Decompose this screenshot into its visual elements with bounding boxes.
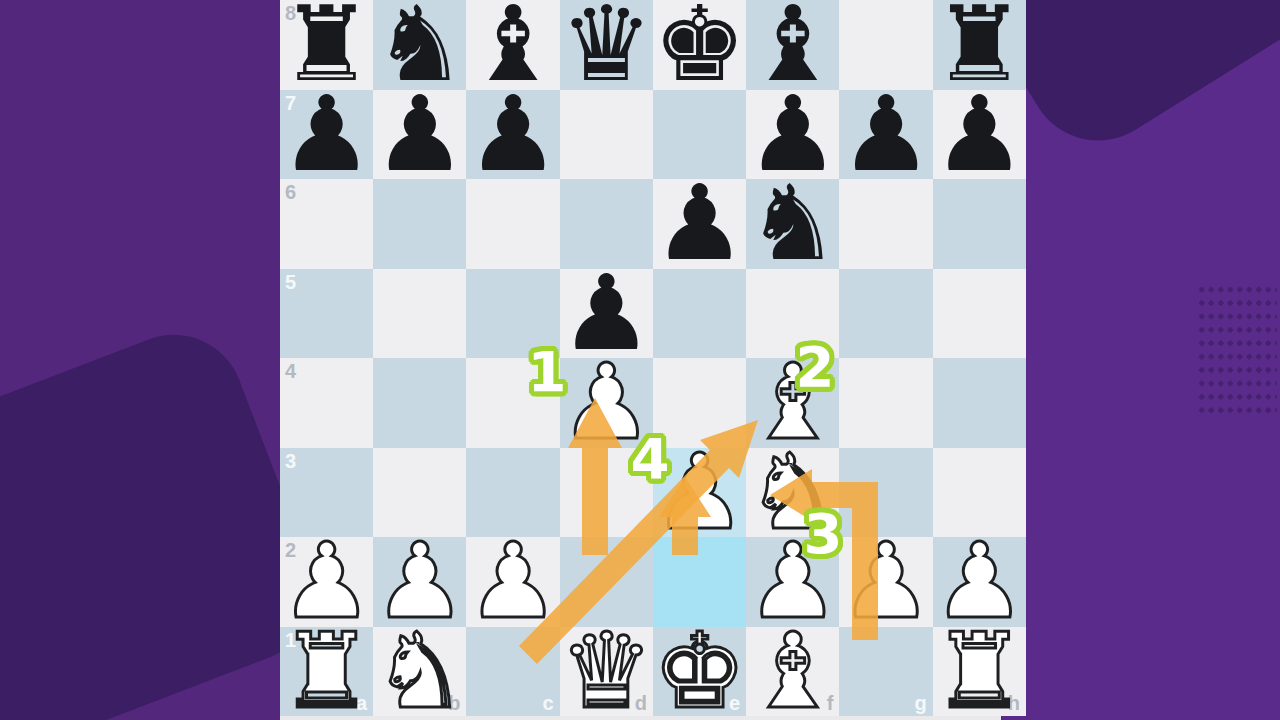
piece-white-knight-f3: ♞ <box>746 448 839 537</box>
square-c4[interactable] <box>466 358 559 448</box>
piece-black-bishop-c8: ♝ <box>466 0 559 89</box>
piece-black-pawn-f7: ♟ <box>746 90 839 179</box>
square-b8[interactable]: ♞ <box>373 0 466 90</box>
square-e4[interactable] <box>653 358 746 448</box>
square-f6[interactable]: ♞ <box>746 179 839 269</box>
coord-rank-1: 1 <box>285 630 296 650</box>
piece-black-knight-f6: ♞ <box>746 179 839 268</box>
chess-board: 8♜♞♝♛♚♝♜7♟♟♟♟♟♟6♟♞5♟4♟♝3♟♞2♟♟♟♟♟♟1a♜b♞cd… <box>280 0 1001 720</box>
square-f7[interactable]: ♟ <box>746 90 839 180</box>
square-a2[interactable]: 2♟ <box>280 537 373 627</box>
square-e7[interactable] <box>653 90 746 180</box>
square-a8[interactable]: 8♜ <box>280 0 373 90</box>
piece-white-pawn-c2: ♟ <box>466 537 559 626</box>
square-b3[interactable] <box>373 448 466 538</box>
decor-blob-top-right <box>1002 0 1280 167</box>
square-a4[interactable]: 4 <box>280 358 373 448</box>
coord-file-d: d <box>635 693 647 713</box>
square-e3[interactable]: ♟ <box>653 448 746 538</box>
piece-white-bishop-f4: ♝ <box>746 358 839 447</box>
square-f2[interactable]: ♟ <box>746 537 839 627</box>
square-g7[interactable]: ♟ <box>839 90 932 180</box>
square-d6[interactable] <box>560 179 653 269</box>
square-c3[interactable] <box>466 448 559 538</box>
square-d5[interactable]: ♟ <box>560 269 653 359</box>
square-g8[interactable] <box>839 0 932 90</box>
piece-black-pawn-e6: ♟ <box>653 179 746 268</box>
piece-black-pawn-b7: ♟ <box>373 90 466 179</box>
square-a3[interactable]: 3 <box>280 448 373 538</box>
board-bottom-strip <box>280 716 1001 720</box>
piece-black-rook-h8: ♜ <box>933 0 1026 89</box>
coord-file-e: e <box>729 693 740 713</box>
square-a6[interactable]: 6 <box>280 179 373 269</box>
piece-white-pawn-h2: ♟ <box>933 537 1026 626</box>
piece-black-king-e8: ♚ <box>653 0 746 89</box>
coord-file-b: b <box>448 693 460 713</box>
square-h3[interactable] <box>933 448 1026 538</box>
piece-black-pawn-d5: ♟ <box>560 269 653 358</box>
square-b7[interactable]: ♟ <box>373 90 466 180</box>
piece-black-knight-b8: ♞ <box>373 0 466 89</box>
coord-file-h: h <box>1008 693 1020 713</box>
square-d3[interactable] <box>560 448 653 538</box>
coord-rank-4: 4 <box>285 361 296 381</box>
board-grid: 8♜♞♝♛♚♝♜7♟♟♟♟♟♟6♟♞5♟4♟♝3♟♞2♟♟♟♟♟♟1a♜b♞cd… <box>280 0 1001 716</box>
square-d8[interactable]: ♛ <box>560 0 653 90</box>
piece-white-pawn-g2: ♟ <box>839 537 932 626</box>
coord-file-a: a <box>356 693 367 713</box>
square-c1[interactable]: c <box>466 627 559 717</box>
square-f4[interactable]: ♝ <box>746 358 839 448</box>
square-c5[interactable] <box>466 269 559 359</box>
square-a1[interactable]: 1a♜ <box>280 627 373 717</box>
square-e1[interactable]: e♚ <box>653 627 746 717</box>
square-f5[interactable] <box>746 269 839 359</box>
square-a7[interactable]: 7♟ <box>280 90 373 180</box>
square-a5[interactable]: 5 <box>280 269 373 359</box>
square-b2[interactable]: ♟ <box>373 537 466 627</box>
square-h6[interactable] <box>933 179 1026 269</box>
square-g2[interactable]: ♟ <box>839 537 932 627</box>
square-b4[interactable] <box>373 358 466 448</box>
coord-rank-7: 7 <box>285 93 296 113</box>
square-e5[interactable] <box>653 269 746 359</box>
square-d7[interactable] <box>560 90 653 180</box>
square-e8[interactable]: ♚ <box>653 0 746 90</box>
square-d1[interactable]: d♛ <box>560 627 653 717</box>
coord-rank-2: 2 <box>285 540 296 560</box>
piece-black-pawn-g7: ♟ <box>839 90 932 179</box>
piece-black-bishop-f8: ♝ <box>746 0 839 89</box>
square-g5[interactable] <box>839 269 932 359</box>
square-g6[interactable] <box>839 179 932 269</box>
background-right-panel <box>1002 0 1280 720</box>
square-f1[interactable]: f♝ <box>746 627 839 717</box>
square-b5[interactable] <box>373 269 466 359</box>
square-c7[interactable]: ♟ <box>466 90 559 180</box>
piece-black-queen-d8: ♛ <box>560 0 653 89</box>
piece-black-pawn-h7: ♟ <box>933 90 1026 179</box>
square-h2[interactable]: ♟ <box>933 537 1026 627</box>
chess-lesson-thumbnail: { "game": "chess", "position": { "fen": … <box>0 0 1280 720</box>
coord-file-c: c <box>543 693 554 713</box>
square-c6[interactable] <box>466 179 559 269</box>
coord-rank-8: 8 <box>285 3 296 23</box>
square-d4[interactable]: ♟ <box>560 358 653 448</box>
piece-white-pawn-f2: ♟ <box>746 537 839 626</box>
piece-white-pawn-e3: ♟ <box>653 448 746 537</box>
coord-rank-6: 6 <box>285 182 296 202</box>
square-c2[interactable]: ♟ <box>466 537 559 627</box>
square-f3[interactable]: ♞ <box>746 448 839 538</box>
coord-rank-3: 3 <box>285 451 296 471</box>
coord-rank-5: 5 <box>285 272 296 292</box>
square-g1[interactable]: g <box>839 627 932 717</box>
piece-black-pawn-c7: ♟ <box>466 90 559 179</box>
piece-white-pawn-b2: ♟ <box>373 537 466 626</box>
square-d2[interactable] <box>560 537 653 627</box>
square-e6[interactable]: ♟ <box>653 179 746 269</box>
square-b1[interactable]: b♞ <box>373 627 466 717</box>
piece-white-bishop-f1: ♝ <box>746 627 839 716</box>
square-e2[interactable] <box>653 537 746 627</box>
coord-file-g: g <box>914 693 926 713</box>
square-h5[interactable] <box>933 269 1026 359</box>
piece-white-pawn-d4: ♟ <box>560 358 653 447</box>
square-g4[interactable] <box>839 358 932 448</box>
square-g3[interactable] <box>839 448 932 538</box>
square-h1[interactable]: h♜ <box>933 627 1026 717</box>
square-c8[interactable]: ♝ <box>466 0 559 90</box>
square-h7[interactable]: ♟ <box>933 90 1026 180</box>
decor-dot-grid <box>1197 283 1277 417</box>
square-b6[interactable] <box>373 179 466 269</box>
square-h8[interactable]: ♜ <box>933 0 1026 90</box>
square-f8[interactable]: ♝ <box>746 0 839 90</box>
square-h4[interactable] <box>933 358 1026 448</box>
coord-file-f: f <box>827 693 834 713</box>
